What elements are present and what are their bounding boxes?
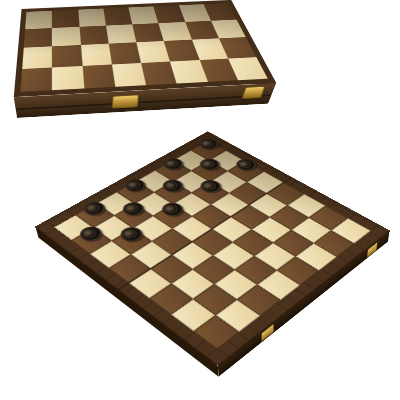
- dark-checker-piece: [195, 136, 221, 151]
- box-lid-square: [112, 63, 146, 87]
- box-lid-shading: [20, 3, 267, 92]
- brass-latch: [112, 94, 140, 108]
- box-lid-square: [25, 11, 52, 29]
- box-lid-square: [52, 10, 79, 28]
- box-lid-square: [185, 20, 219, 39]
- box-lid-square: [158, 22, 191, 41]
- board-grid: [54, 141, 371, 349]
- box-lid-square: [211, 19, 246, 38]
- box-lid-square: [228, 57, 268, 81]
- box-lid-square: [20, 67, 52, 92]
- board-frame: [36, 132, 390, 366]
- box-lid-square: [106, 24, 137, 44]
- closed-board-box: [14, 0, 276, 97]
- dark-checker-piece: [79, 199, 108, 217]
- box-lid-square: [136, 41, 170, 63]
- box-lid-square: [79, 25, 108, 45]
- board-square: [153, 204, 192, 228]
- box-lid-square: [170, 60, 207, 84]
- board-square: [76, 203, 115, 227]
- dark-checker-piece: [120, 177, 148, 194]
- box-lid-square: [191, 38, 227, 59]
- light-checker-piece: [275, 201, 304, 219]
- box-fold-seam: [16, 94, 272, 110]
- box-lid-checker-grid: [20, 3, 267, 92]
- box-lid-square: [24, 28, 52, 48]
- box-lid-square: [164, 40, 199, 61]
- box-lid-square: [80, 44, 111, 66]
- box-lid-square: [52, 66, 84, 91]
- box-lid-square: [109, 42, 141, 64]
- box-lid-square: [82, 64, 115, 88]
- box-lid-square: [203, 3, 236, 20]
- box-lid-top-face: [14, 0, 276, 97]
- brass-latch: [241, 86, 265, 99]
- box-lid-square: [103, 7, 132, 25]
- product-photo: [0, 0, 400, 400]
- box-lid-square: [141, 61, 177, 85]
- box-lid-square: [52, 45, 82, 67]
- box-lid-square: [178, 4, 210, 21]
- open-board: [36, 132, 390, 366]
- box-lid-square: [128, 6, 158, 24]
- board-square: [72, 228, 112, 254]
- box-lid-square: [52, 26, 80, 46]
- box-lid-square: [132, 23, 164, 42]
- box-lid-square: [219, 37, 256, 58]
- box-lid-square: [78, 9, 106, 27]
- light-checker-piece: [235, 201, 264, 219]
- box-lid-square: [199, 58, 238, 82]
- box-lid-square: [154, 5, 185, 23]
- box-lid-square: [22, 46, 52, 68]
